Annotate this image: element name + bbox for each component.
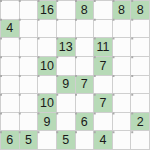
clue-cell: 5	[57, 131, 76, 150]
clue-cell: 10	[38, 57, 57, 76]
clue-cell: 10	[38, 94, 57, 113]
empty-cell[interactable]	[94, 113, 113, 132]
empty-cell[interactable]	[94, 1, 113, 20]
empty-cell[interactable]	[57, 1, 76, 20]
empty-cell[interactable]	[57, 20, 76, 39]
empty-cell[interactable]	[20, 38, 39, 57]
empty-cell[interactable]	[38, 38, 57, 57]
clue-cell: 5	[20, 131, 39, 150]
clue-cell: 7	[94, 57, 113, 76]
puzzle-board: 1688841311107971079626554	[0, 0, 150, 150]
empty-cell[interactable]	[76, 57, 95, 76]
empty-cell[interactable]	[20, 94, 39, 113]
empty-cell[interactable]	[76, 38, 95, 57]
clue-cell: 6	[1, 131, 20, 150]
empty-cell[interactable]	[38, 76, 57, 95]
empty-cell[interactable]	[1, 76, 20, 95]
clue-cell: 8	[76, 1, 95, 20]
empty-cell[interactable]	[20, 1, 39, 20]
empty-cell[interactable]	[131, 38, 150, 57]
empty-cell[interactable]	[76, 131, 95, 150]
empty-cell[interactable]	[76, 20, 95, 39]
clue-cell: 11	[94, 38, 113, 57]
clue-cell: 7	[76, 76, 95, 95]
empty-cell[interactable]	[38, 20, 57, 39]
clue-cell: 4	[1, 20, 20, 39]
empty-cell[interactable]	[57, 94, 76, 113]
clue-cell: 9	[57, 76, 76, 95]
empty-cell[interactable]	[113, 57, 132, 76]
empty-cell[interactable]	[1, 38, 20, 57]
empty-cell[interactable]	[131, 20, 150, 39]
empty-cell[interactable]	[131, 57, 150, 76]
empty-cell[interactable]	[94, 76, 113, 95]
empty-cell[interactable]	[1, 57, 20, 76]
empty-cell[interactable]	[57, 57, 76, 76]
clue-cell: 8	[131, 1, 150, 20]
clue-cell: 13	[57, 38, 76, 57]
empty-cell[interactable]	[131, 131, 150, 150]
clue-cell: 9	[38, 113, 57, 132]
empty-cell[interactable]	[113, 38, 132, 57]
empty-cell[interactable]	[131, 94, 150, 113]
clue-cell: 2	[131, 113, 150, 132]
empty-cell[interactable]	[1, 94, 20, 113]
empty-cell[interactable]	[113, 94, 132, 113]
empty-cell[interactable]	[1, 1, 20, 20]
empty-cell[interactable]	[131, 76, 150, 95]
empty-cell[interactable]	[20, 113, 39, 132]
empty-cell[interactable]	[1, 113, 20, 132]
clue-cell: 7	[94, 94, 113, 113]
clue-cell: 8	[113, 1, 132, 20]
empty-cell[interactable]	[57, 113, 76, 132]
empty-cell[interactable]	[76, 94, 95, 113]
clue-cell: 6	[76, 113, 95, 132]
empty-cell[interactable]	[20, 76, 39, 95]
clue-cell: 16	[38, 1, 57, 20]
clue-cell: 4	[94, 131, 113, 150]
empty-cell[interactable]	[113, 76, 132, 95]
empty-cell[interactable]	[20, 20, 39, 39]
empty-cell[interactable]	[113, 20, 132, 39]
empty-cell[interactable]	[38, 131, 57, 150]
empty-cell[interactable]	[113, 131, 132, 150]
empty-cell[interactable]	[94, 20, 113, 39]
empty-cell[interactable]	[20, 57, 39, 76]
empty-cell[interactable]	[113, 113, 132, 132]
